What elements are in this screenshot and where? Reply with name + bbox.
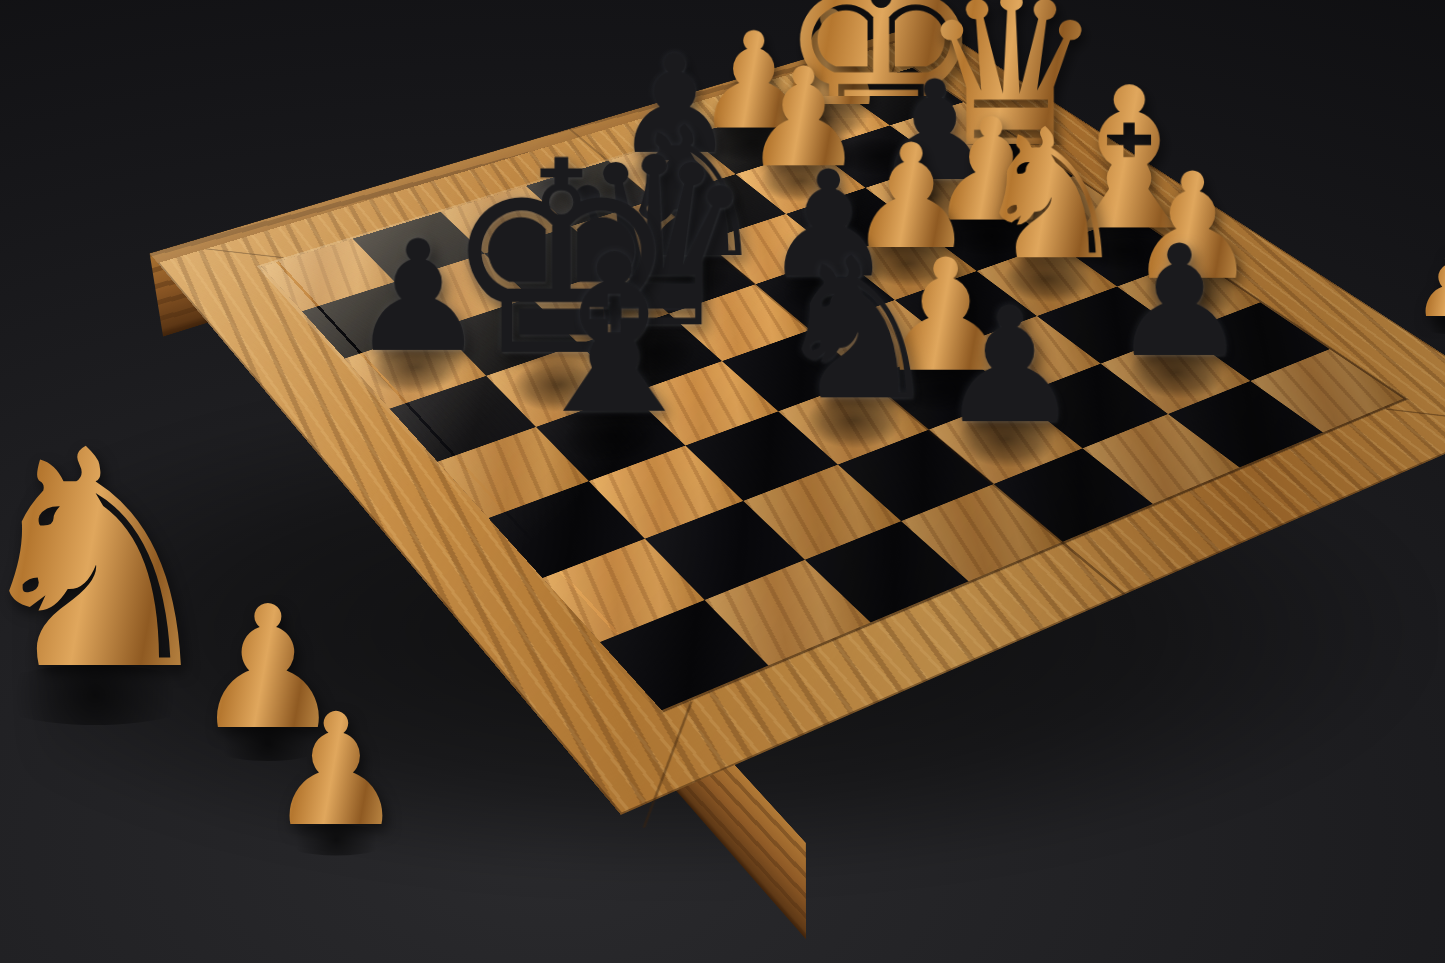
scene: ♟♟♟♟♚♟♞♟♛♚♛♟♟♟♝♞♝♞♟♟♟♟ ♞♟♟♟ [0, 0, 1445, 963]
offboard-layer: ♞♟♟♟ [0, 0, 1445, 963]
offboard-piece-white-pawn-3[interactable]: ♟ [1413, 244, 1445, 328]
offboard-piece-white-pawn-2[interactable]: ♟ [267, 697, 406, 844]
